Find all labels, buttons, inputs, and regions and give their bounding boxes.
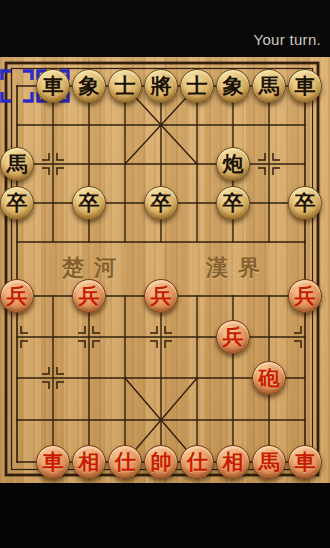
piece-glyph: 仕 — [115, 451, 136, 472]
piece-black-i3[interactable]: 卒 — [288, 186, 322, 220]
piece-red-d9[interactable]: 仕 — [108, 445, 142, 479]
piece-black-b0[interactable]: 車 — [36, 69, 70, 103]
piece-glyph: 炮 — [223, 153, 244, 174]
piece-glyph: 卒 — [151, 192, 172, 213]
piece-red-e5[interactable]: 兵 — [144, 279, 178, 313]
piece-glyph: 象 — [79, 75, 100, 96]
piece-red-h7[interactable]: 砲 — [252, 361, 286, 395]
xiangqi-board[interactable]: 楚河 漢界 車象士將士象馬車馬炮卒卒卒卒卒兵兵兵兵兵砲車相仕帥仕相馬車 — [0, 57, 330, 483]
piece-glyph: 車 — [43, 451, 64, 472]
piece-glyph: 卒 — [295, 192, 316, 213]
piece-glyph: 士 — [187, 75, 208, 96]
turn-status-text: Your turn. — [254, 31, 322, 48]
piece-glyph: 車 — [295, 451, 316, 472]
piece-glyph: 帥 — [151, 451, 172, 472]
piece-glyph: 象 — [223, 75, 244, 96]
piece-black-a3[interactable]: 卒 — [0, 186, 34, 220]
piece-glyph: 兵 — [151, 285, 172, 306]
piece-glyph: 卒 — [79, 192, 100, 213]
piece-glyph: 仕 — [187, 451, 208, 472]
piece-red-c5[interactable]: 兵 — [72, 279, 106, 313]
piece-black-g3[interactable]: 卒 — [216, 186, 250, 220]
piece-glyph: 砲 — [259, 367, 280, 388]
piece-red-b9[interactable]: 車 — [36, 445, 70, 479]
piece-black-e0[interactable]: 將 — [144, 69, 178, 103]
piece-black-c0[interactable]: 象 — [72, 69, 106, 103]
app-screen: Your turn. 楚河 漢界 車象士將士象馬車馬炮卒卒卒卒卒兵兵兵兵兵砲車相… — [0, 0, 330, 548]
piece-black-f0[interactable]: 士 — [180, 69, 214, 103]
pieces-layer: 車象士將士象馬車馬炮卒卒卒卒卒兵兵兵兵兵砲車相仕帥仕相馬車 — [0, 57, 330, 483]
piece-black-d0[interactable]: 士 — [108, 69, 142, 103]
piece-red-e9[interactable]: 帥 — [144, 445, 178, 479]
piece-glyph: 將 — [151, 75, 172, 96]
piece-glyph: 兵 — [223, 326, 244, 347]
piece-glyph: 卒 — [7, 192, 28, 213]
piece-glyph: 兵 — [295, 285, 316, 306]
piece-glyph: 相 — [223, 451, 244, 472]
piece-black-e3[interactable]: 卒 — [144, 186, 178, 220]
piece-glyph: 馬 — [7, 153, 28, 174]
piece-black-g0[interactable]: 象 — [216, 69, 250, 103]
status-bar: Your turn. — [0, 0, 330, 57]
piece-glyph: 卒 — [223, 192, 244, 213]
piece-glyph: 相 — [79, 451, 100, 472]
piece-red-a5[interactable]: 兵 — [0, 279, 34, 313]
piece-red-i5[interactable]: 兵 — [288, 279, 322, 313]
piece-red-h9[interactable]: 馬 — [252, 445, 286, 479]
piece-glyph: 兵 — [7, 285, 28, 306]
piece-red-g9[interactable]: 相 — [216, 445, 250, 479]
piece-glyph: 兵 — [79, 285, 100, 306]
piece-black-c3[interactable]: 卒 — [72, 186, 106, 220]
piece-glyph: 車 — [295, 75, 316, 96]
piece-red-g6[interactable]: 兵 — [216, 320, 250, 354]
piece-glyph: 馬 — [259, 75, 280, 96]
piece-black-i0[interactable]: 車 — [288, 69, 322, 103]
piece-black-g2[interactable]: 炮 — [216, 147, 250, 181]
piece-glyph: 馬 — [259, 451, 280, 472]
piece-black-h0[interactable]: 馬 — [252, 69, 286, 103]
piece-glyph: 士 — [115, 75, 136, 96]
piece-black-a2[interactable]: 馬 — [0, 147, 34, 181]
piece-red-i9[interactable]: 車 — [288, 445, 322, 479]
piece-red-f9[interactable]: 仕 — [180, 445, 214, 479]
piece-glyph: 車 — [43, 75, 64, 96]
piece-red-c9[interactable]: 相 — [72, 445, 106, 479]
